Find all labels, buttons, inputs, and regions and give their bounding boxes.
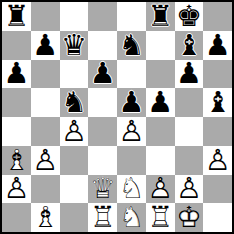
piece-outline-layer: ♔ [175,203,204,232]
white-knight-piece: ♞♘ [117,203,146,232]
square-a6[interactable]: ♟ [2,60,31,89]
square-g3[interactable] [175,146,204,175]
piece-outline-layer: ♗ [2,146,31,175]
black-queen-piece: ♛ [60,31,89,60]
square-a2[interactable]: ♟♙ [2,175,31,204]
white-bishop-piece: ♝♗ [2,146,31,175]
square-e6[interactable] [117,60,146,89]
square-a8[interactable]: ♜ [2,2,31,31]
black-rook-piece: ♜ [146,2,175,31]
square-g6[interactable]: ♟ [175,60,204,89]
white-pawn-piece: ♟♙ [203,146,232,175]
piece-outline-layer: ♙ [2,175,31,204]
square-b3[interactable]: ♟♙ [31,146,60,175]
square-f1[interactable]: ♜♖ [146,203,175,232]
square-b4[interactable] [31,117,60,146]
square-e8[interactable] [117,2,146,31]
square-c3[interactable] [60,146,89,175]
square-f8[interactable]: ♜ [146,2,175,31]
piece-outline-layer: ♙ [60,117,89,146]
white-pawn-piece: ♟♙ [175,175,204,204]
piece-outline-layer: ♖ [146,203,175,232]
square-d5[interactable] [88,88,117,117]
square-d7[interactable] [88,31,117,60]
square-d2[interactable]: ♛♕ [88,175,117,204]
square-h4[interactable] [203,117,232,146]
square-c6[interactable] [60,60,89,89]
square-c1[interactable] [60,203,89,232]
square-e5[interactable]: ♟ [117,88,146,117]
square-h8[interactable] [203,2,232,31]
black-pawn-piece: ♟ [2,60,31,89]
white-pawn-piece: ♟♙ [146,175,175,204]
square-h6[interactable] [203,60,232,89]
white-pawn-piece: ♟♙ [60,117,89,146]
square-a1[interactable] [2,203,31,232]
square-c4[interactable]: ♟♙ [60,117,89,146]
square-a4[interactable] [2,117,31,146]
black-king-piece: ♚ [175,2,204,31]
white-king-piece: ♚♔ [175,203,204,232]
square-g8[interactable]: ♚ [175,2,204,31]
square-c2[interactable] [60,175,89,204]
square-e7[interactable]: ♞ [117,31,146,60]
black-bishop-piece: ♝ [175,31,204,60]
square-f4[interactable] [146,117,175,146]
white-bishop-piece: ♝♗ [31,203,60,232]
square-e1[interactable]: ♞♘ [117,203,146,232]
square-g7[interactable]: ♝ [175,31,204,60]
square-b1[interactable]: ♝♗ [31,203,60,232]
piece-outline-layer: ♕ [88,175,117,204]
piece-outline-layer: ♘ [117,203,146,232]
square-b2[interactable] [31,175,60,204]
white-knight-piece: ♞♘ [117,175,146,204]
square-h7[interactable]: ♟ [203,31,232,60]
black-bishop-piece: ♝ [203,88,232,117]
square-g1[interactable]: ♚♔ [175,203,204,232]
piece-outline-layer: ♙ [117,117,146,146]
piece-outline-layer: ♙ [175,175,204,204]
square-h5[interactable]: ♝ [203,88,232,117]
piece-outline-layer: ♙ [146,175,175,204]
square-h2[interactable] [203,175,232,204]
square-d6[interactable]: ♟ [88,60,117,89]
black-pawn-piece: ♟ [31,31,60,60]
square-g4[interactable] [175,117,204,146]
white-pawn-piece: ♟♙ [2,175,31,204]
white-rook-piece: ♜♖ [88,203,117,232]
white-pawn-piece: ♟♙ [117,117,146,146]
square-e4[interactable]: ♟♙ [117,117,146,146]
square-e2[interactable]: ♞♘ [117,175,146,204]
square-c8[interactable] [60,2,89,31]
square-b6[interactable] [31,60,60,89]
chess-board: ♜♜♚♟♛♞♝♟♟♟♟♞♟♟♝♟♙♟♙♝♗♟♙♟♙♟♙♛♕♞♘♟♙♟♙♝♗♜♖♞… [2,2,232,232]
black-knight-piece: ♞ [60,88,89,117]
piece-outline-layer: ♗ [31,203,60,232]
square-g5[interactable] [175,88,204,117]
square-e3[interactable] [117,146,146,175]
black-pawn-piece: ♟ [88,60,117,89]
square-a7[interactable] [2,31,31,60]
square-f6[interactable] [146,60,175,89]
square-f5[interactable]: ♟ [146,88,175,117]
piece-outline-layer: ♖ [88,203,117,232]
square-d1[interactable]: ♜♖ [88,203,117,232]
square-d8[interactable] [88,2,117,31]
square-c5[interactable]: ♞ [60,88,89,117]
chess-board-frame: ♜♜♚♟♛♞♝♟♟♟♟♞♟♟♝♟♙♟♙♝♗♟♙♟♙♟♙♛♕♞♘♟♙♟♙♝♗♜♖♞… [0,0,234,234]
square-b8[interactable] [31,2,60,31]
square-d3[interactable] [88,146,117,175]
black-pawn-piece: ♟ [117,88,146,117]
piece-outline-layer: ♙ [203,146,232,175]
black-pawn-piece: ♟ [146,88,175,117]
square-b5[interactable] [31,88,60,117]
square-a3[interactable]: ♝♗ [2,146,31,175]
square-g2[interactable]: ♟♙ [175,175,204,204]
black-pawn-piece: ♟ [203,31,232,60]
square-h3[interactable]: ♟♙ [203,146,232,175]
square-a5[interactable] [2,88,31,117]
white-rook-piece: ♜♖ [146,203,175,232]
square-h1[interactable] [203,203,232,232]
black-knight-piece: ♞ [117,31,146,60]
black-rook-piece: ♜ [2,2,31,31]
black-pawn-piece: ♟ [175,60,204,89]
square-f3[interactable] [146,146,175,175]
square-d4[interactable] [88,117,117,146]
square-f7[interactable] [146,31,175,60]
square-f2[interactable]: ♟♙ [146,175,175,204]
piece-outline-layer: ♙ [31,146,60,175]
square-c7[interactable]: ♛ [60,31,89,60]
white-pawn-piece: ♟♙ [31,146,60,175]
piece-outline-layer: ♘ [117,175,146,204]
white-queen-piece: ♛♕ [88,175,117,204]
square-b7[interactable]: ♟ [31,31,60,60]
